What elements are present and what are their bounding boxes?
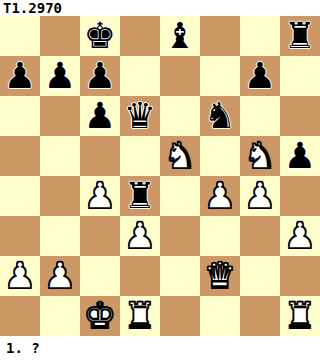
square-g3[interactable] [240, 216, 280, 256]
square-b8[interactable] [40, 16, 80, 56]
square-c5[interactable] [80, 136, 120, 176]
piece-white-queen[interactable]: ♛ [204, 256, 236, 296]
square-h6[interactable] [280, 96, 320, 136]
square-c3[interactable] [80, 216, 120, 256]
square-d1[interactable]: ♜ [120, 296, 160, 336]
piece-white-pawn[interactable]: ♟ [44, 256, 76, 296]
square-h1[interactable]: ♜ [280, 296, 320, 336]
square-e6[interactable] [160, 96, 200, 136]
square-d2[interactable] [120, 256, 160, 296]
piece-black-king[interactable]: ♚ [84, 16, 116, 56]
piece-black-rook[interactable]: ♜ [284, 16, 316, 56]
square-b6[interactable] [40, 96, 80, 136]
status-bar: T1.2970 [0, 0, 320, 16]
piece-black-pawn[interactable]: ♟ [284, 136, 316, 176]
square-e8[interactable]: ♝ [160, 16, 200, 56]
square-h8[interactable]: ♜ [280, 16, 320, 56]
piece-white-pawn[interactable]: ♟ [4, 256, 36, 296]
piece-black-pawn[interactable]: ♟ [84, 96, 116, 136]
piece-white-knight[interactable]: ♞ [164, 136, 196, 176]
square-h7[interactable] [280, 56, 320, 96]
square-b3[interactable] [40, 216, 80, 256]
square-d4[interactable]: ♜ [120, 176, 160, 216]
square-b4[interactable] [40, 176, 80, 216]
piece-white-king[interactable]: ♚ [84, 296, 116, 336]
square-d3[interactable]: ♟ [120, 216, 160, 256]
square-f3[interactable] [200, 216, 240, 256]
square-b1[interactable] [40, 296, 80, 336]
square-g1[interactable] [240, 296, 280, 336]
square-g2[interactable] [240, 256, 280, 296]
square-a8[interactable] [0, 16, 40, 56]
square-e2[interactable] [160, 256, 200, 296]
square-a4[interactable] [0, 176, 40, 216]
square-h3[interactable]: ♟ [280, 216, 320, 256]
engine-readout: T1.2970 [3, 0, 62, 16]
square-a1[interactable] [0, 296, 40, 336]
square-h2[interactable] [280, 256, 320, 296]
piece-black-pawn[interactable]: ♟ [44, 56, 76, 96]
square-d6[interactable]: ♛ [120, 96, 160, 136]
piece-black-pawn[interactable]: ♟ [244, 56, 276, 96]
piece-white-pawn[interactable]: ♟ [84, 176, 116, 216]
piece-white-pawn[interactable]: ♟ [244, 176, 276, 216]
piece-white-rook[interactable]: ♜ [124, 296, 156, 336]
piece-white-knight[interactable]: ♞ [244, 136, 276, 176]
piece-black-rook[interactable]: ♜ [124, 176, 156, 216]
square-f1[interactable] [200, 296, 240, 336]
piece-white-pawn[interactable]: ♟ [284, 216, 316, 256]
square-e5[interactable]: ♞ [160, 136, 200, 176]
square-b5[interactable] [40, 136, 80, 176]
square-g7[interactable]: ♟ [240, 56, 280, 96]
square-e4[interactable] [160, 176, 200, 216]
square-f4[interactable]: ♟ [200, 176, 240, 216]
square-f8[interactable] [200, 16, 240, 56]
piece-white-pawn[interactable]: ♟ [204, 176, 236, 216]
square-e3[interactable] [160, 216, 200, 256]
square-f2[interactable]: ♛ [200, 256, 240, 296]
square-c7[interactable]: ♟ [80, 56, 120, 96]
square-b2[interactable]: ♟ [40, 256, 80, 296]
piece-black-pawn[interactable]: ♟ [4, 56, 36, 96]
square-c6[interactable]: ♟ [80, 96, 120, 136]
square-a7[interactable]: ♟ [0, 56, 40, 96]
square-c8[interactable]: ♚ [80, 16, 120, 56]
square-a3[interactable] [0, 216, 40, 256]
square-b7[interactable]: ♟ [40, 56, 80, 96]
square-g5[interactable]: ♞ [240, 136, 280, 176]
square-h5[interactable]: ♟ [280, 136, 320, 176]
square-h4[interactable] [280, 176, 320, 216]
square-f7[interactable] [200, 56, 240, 96]
square-a5[interactable] [0, 136, 40, 176]
piece-white-rook[interactable]: ♜ [284, 296, 316, 336]
square-a2[interactable]: ♟ [0, 256, 40, 296]
square-a6[interactable] [0, 96, 40, 136]
square-g6[interactable] [240, 96, 280, 136]
square-g8[interactable] [240, 16, 280, 56]
square-f6[interactable]: ♞ [200, 96, 240, 136]
piece-black-bishop[interactable]: ♝ [164, 16, 196, 56]
square-c4[interactable]: ♟ [80, 176, 120, 216]
square-c2[interactable] [80, 256, 120, 296]
piece-black-knight[interactable]: ♞ [204, 96, 236, 136]
piece-white-pawn[interactable]: ♟ [124, 216, 156, 256]
square-e1[interactable] [160, 296, 200, 336]
square-f5[interactable] [200, 136, 240, 176]
piece-black-queen[interactable]: ♛ [124, 96, 156, 136]
square-d5[interactable] [120, 136, 160, 176]
move-prompt-bar: 1. ? [0, 336, 320, 360]
piece-black-pawn[interactable]: ♟ [84, 56, 116, 96]
square-e7[interactable] [160, 56, 200, 96]
square-d7[interactable] [120, 56, 160, 96]
square-c1[interactable]: ♚ [80, 296, 120, 336]
square-d8[interactable] [120, 16, 160, 56]
chess-board: ♚♝♜♟♟♟♟♟♛♞♞♞♟♟♜♟♟♟♟♟♟♛♚♜♜ [0, 16, 320, 336]
square-g4[interactable]: ♟ [240, 176, 280, 216]
move-prompt: 1. ? [6, 340, 40, 356]
